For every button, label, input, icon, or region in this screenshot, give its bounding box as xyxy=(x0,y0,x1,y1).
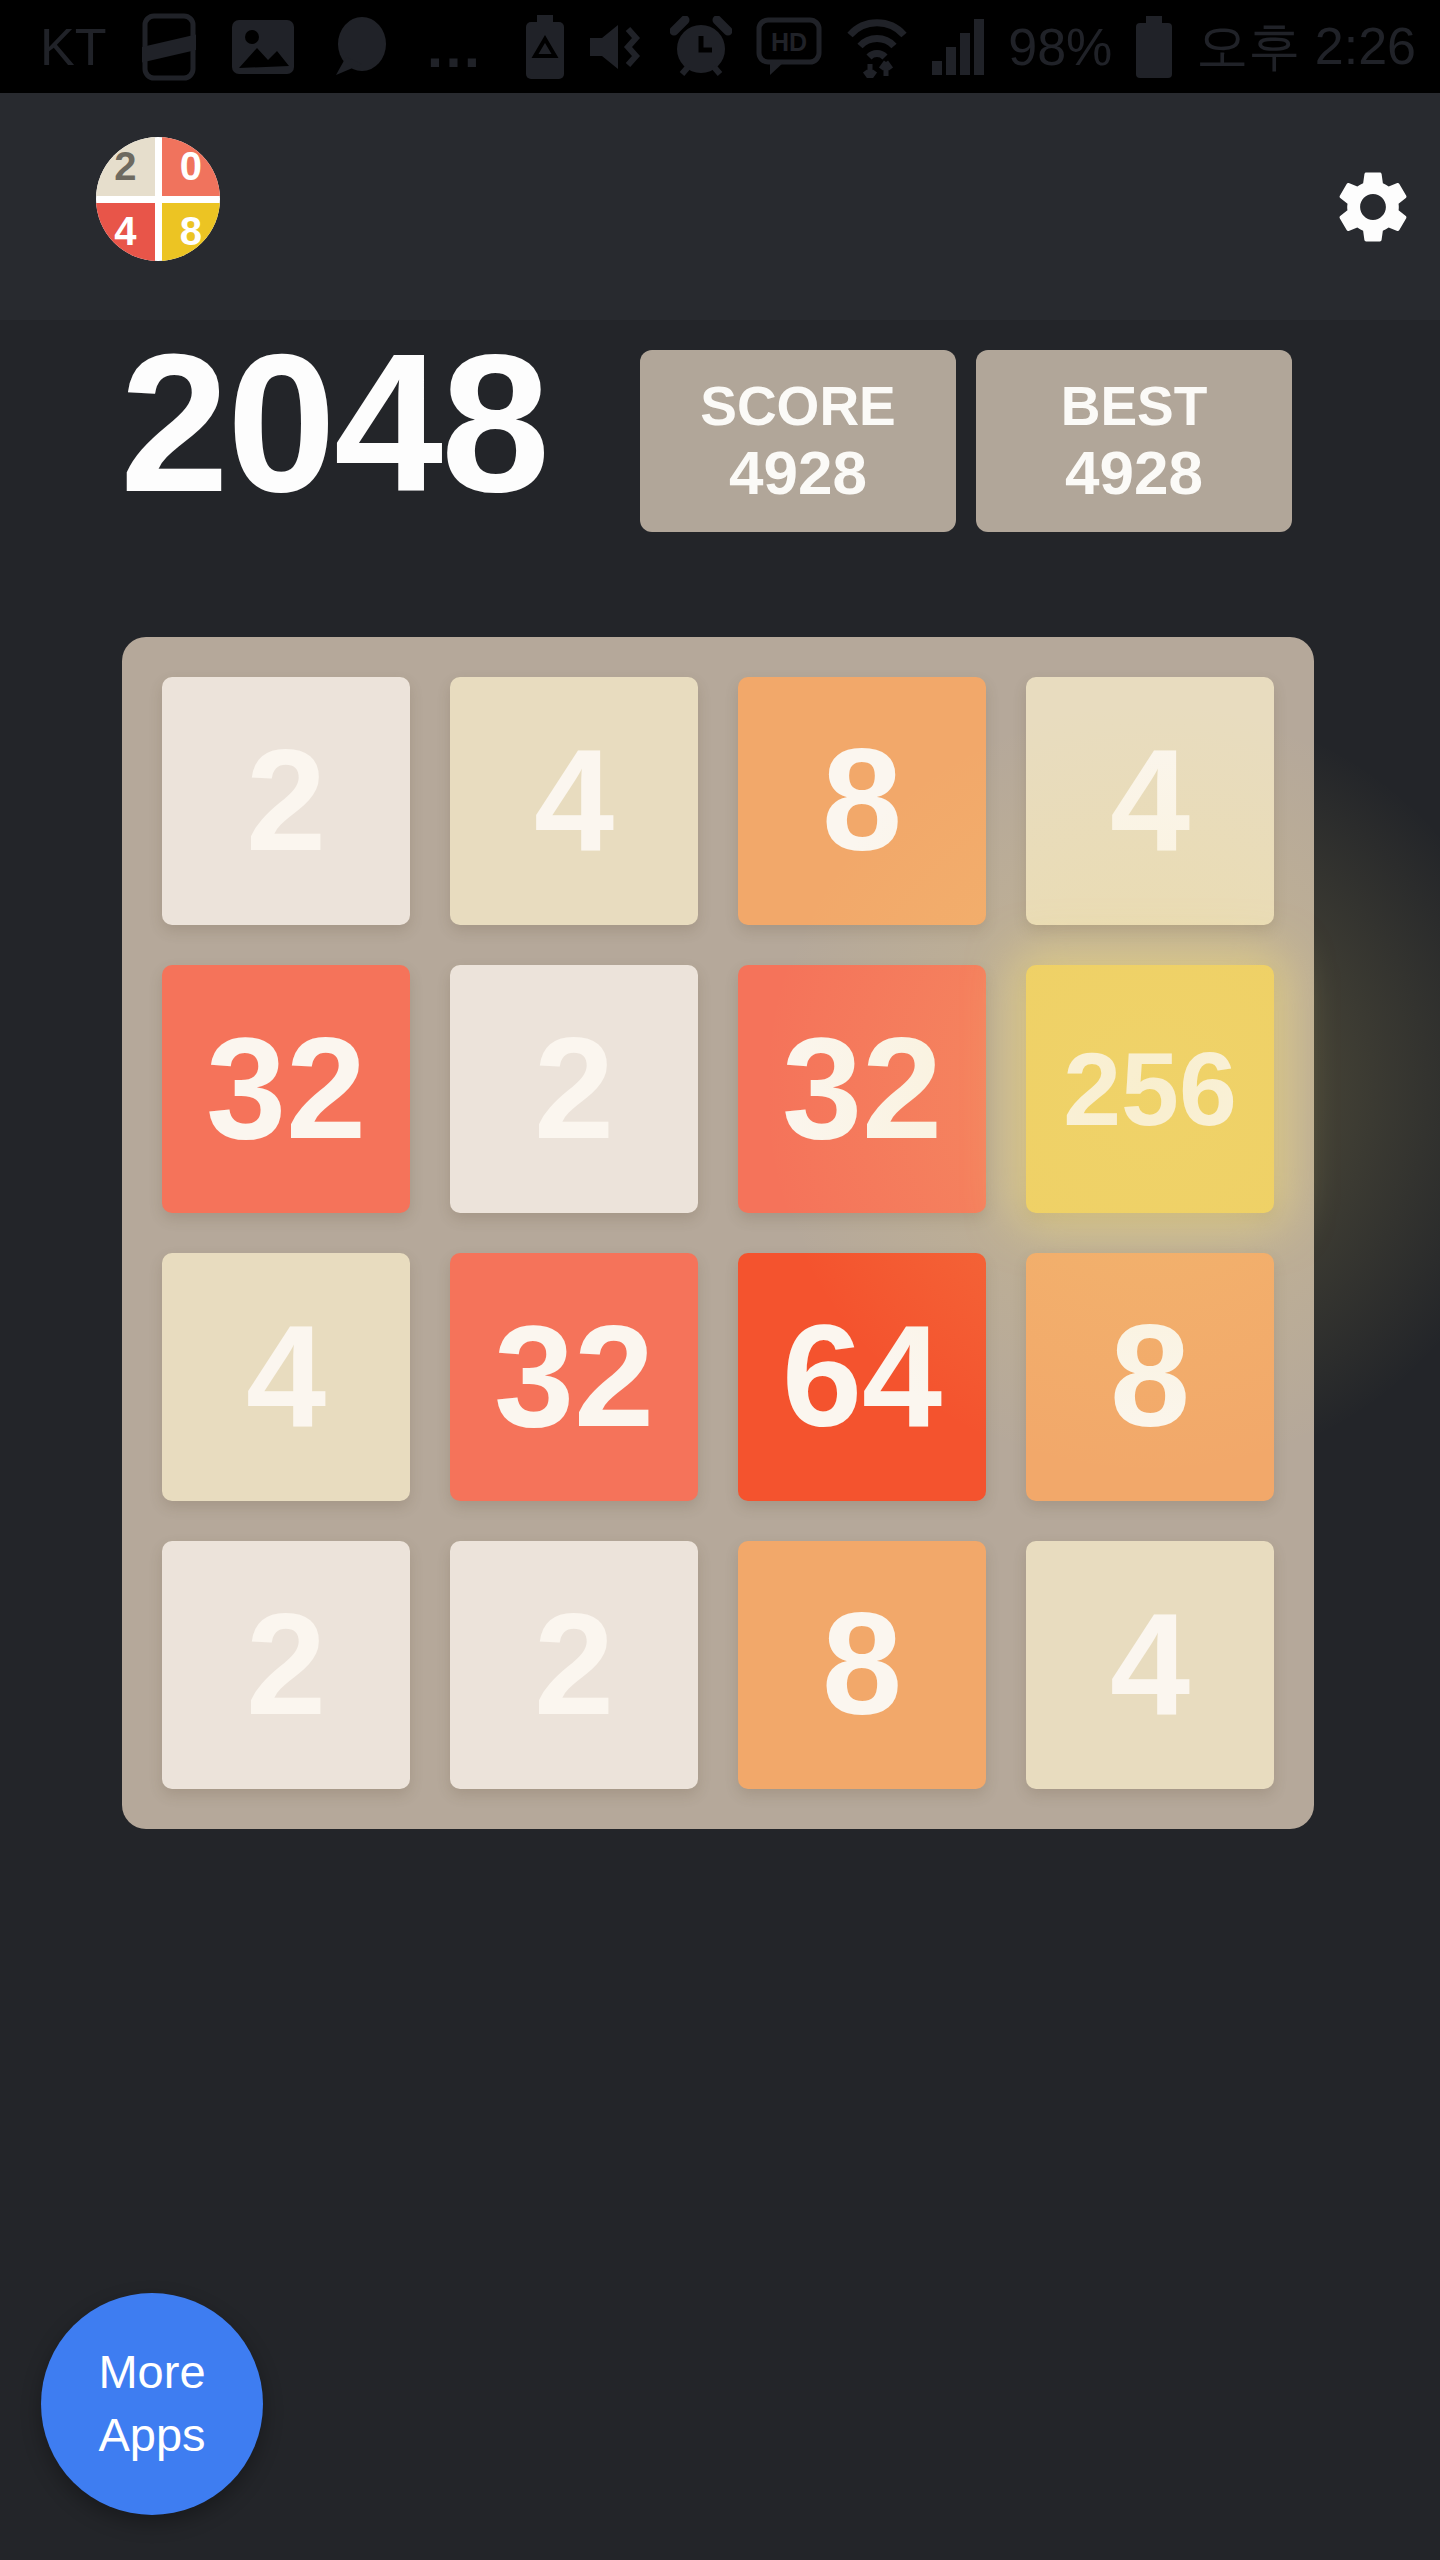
tile-r1c4-4: 4 xyxy=(1026,677,1274,925)
tile-r3c2-32: 32 xyxy=(450,1253,698,1501)
score-value: 4928 xyxy=(729,442,867,504)
wifi-icon xyxy=(846,16,908,78)
status-bar-right: HD 98% 오후 2:26 xyxy=(526,12,1416,82)
settings-button[interactable] xyxy=(1330,164,1416,250)
board-2048[interactable]: 2484322322564326482284 xyxy=(122,637,1314,1829)
battery-icon xyxy=(1136,16,1172,78)
best-box: BEST 4928 xyxy=(976,350,1292,532)
hd-voice-icon: HD xyxy=(756,17,822,77)
tile-r2c2-2: 2 xyxy=(450,965,698,1213)
tile-r3c4-8: 8 xyxy=(1026,1253,1274,1501)
tile-r4c2-2: 2 xyxy=(450,1541,698,1789)
carrier-label: KT xyxy=(40,17,106,77)
score-box: SCORE 4928 xyxy=(640,350,956,532)
tile-r3c3-64: 64 xyxy=(738,1253,986,1501)
clock-label: 오후 2:26 xyxy=(1196,12,1416,82)
chat-notification-icon xyxy=(330,17,388,77)
more-apps-label-line2: Apps xyxy=(98,2404,205,2467)
gear-icon xyxy=(1330,164,1416,250)
tile-r2c3-32: 32 xyxy=(738,965,986,1213)
payco-app-icon xyxy=(142,13,196,81)
status-bar-left: KT … xyxy=(40,13,526,81)
tile-r1c3-8: 8 xyxy=(738,677,986,925)
app-header: 2 0 4 8 xyxy=(0,93,1440,320)
more-notifications-icon: … xyxy=(424,35,486,58)
game-screen: 2048 SCORE 4928 BEST 4928 24843223225643… xyxy=(0,320,1440,2560)
status-bar: KT … xyxy=(0,0,1440,93)
tile-r4c1-2: 2 xyxy=(162,1541,410,1789)
mute-vibrate-icon xyxy=(588,18,646,76)
tile-r4c4-4: 4 xyxy=(1026,1541,1274,1789)
gallery-notification-icon xyxy=(232,20,294,74)
logo-quadrant-4: 4 xyxy=(96,203,155,262)
alarm-icon xyxy=(670,16,732,78)
tile-r2c4-256: 256 xyxy=(1026,965,1274,1213)
tile-r3c1-4: 4 xyxy=(162,1253,410,1501)
more-apps-button[interactable]: More Apps xyxy=(41,2293,263,2515)
battery-saver-icon xyxy=(526,15,564,79)
best-value: 4928 xyxy=(1065,442,1203,504)
tile-r2c1-32: 32 xyxy=(162,965,410,1213)
signal-strength-icon xyxy=(932,19,984,75)
logo-quadrant-8: 8 xyxy=(162,203,221,262)
score-label: SCORE xyxy=(700,379,896,434)
logo-quadrant-0: 0 xyxy=(162,137,221,196)
battery-percent-label: 98% xyxy=(1008,17,1112,77)
app-logo-2048-icon: 2 0 4 8 xyxy=(96,137,220,261)
tile-r1c2-4: 4 xyxy=(450,677,698,925)
hd-voice-label: HD xyxy=(771,28,807,56)
tile-r1c1-2: 2 xyxy=(162,677,410,925)
more-apps-label-line1: More xyxy=(98,2341,205,2404)
game-title: 2048 xyxy=(120,326,548,522)
logo-quadrant-2: 2 xyxy=(96,137,155,196)
tile-r4c3-8: 8 xyxy=(738,1541,986,1789)
best-label: BEST xyxy=(1061,379,1208,434)
